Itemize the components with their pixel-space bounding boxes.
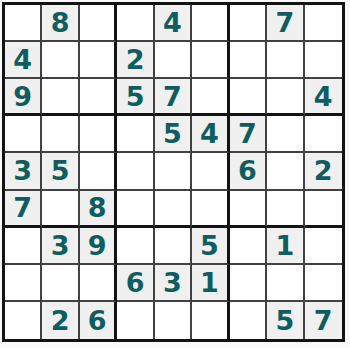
cell-r7c4[interactable] [117,228,154,265]
cell-r1c9[interactable] [305,5,342,42]
cell-r9c7[interactable] [230,302,267,339]
cell-r7c5[interactable] [155,228,192,265]
cell-r4c8[interactable] [267,116,304,153]
cell-r1c5[interactable]: 4 [155,5,192,42]
cell-r7c9[interactable] [305,228,342,265]
cell-r6c6[interactable] [192,191,229,228]
cell-r7c8[interactable]: 1 [267,228,304,265]
cell-r5c7[interactable]: 6 [230,153,267,190]
cell-r1c6[interactable] [192,5,229,42]
cell-r5c5[interactable] [155,153,192,190]
cell-r6c5[interactable] [155,191,192,228]
cell-r8c8[interactable] [267,265,304,302]
cell-r8c6[interactable]: 1 [192,265,229,302]
cell-r8c1[interactable] [5,265,42,302]
cell-r3c6[interactable] [192,79,229,116]
cell-r3c3[interactable] [80,79,117,116]
cell-r5c6[interactable] [192,153,229,190]
cell-r4c3[interactable] [80,116,117,153]
cell-r6c2[interactable] [42,191,79,228]
cell-r4c5[interactable]: 5 [155,116,192,153]
cell-r8c2[interactable] [42,265,79,302]
cell-r1c4[interactable] [117,5,154,42]
cell-r9c3[interactable]: 6 [80,302,117,339]
cell-r2c4[interactable]: 2 [117,42,154,79]
cell-r3c4[interactable]: 5 [117,79,154,116]
cell-r2c3[interactable] [80,42,117,79]
cell-r6c3[interactable]: 8 [80,191,117,228]
cell-r6c1[interactable]: 7 [5,191,42,228]
cell-r2c1[interactable]: 4 [5,42,42,79]
cell-r3c8[interactable] [267,79,304,116]
cell-r5c3[interactable] [80,153,117,190]
cell-r2c5[interactable] [155,42,192,79]
cell-r9c2[interactable]: 2 [42,302,79,339]
cell-r7c1[interactable] [5,228,42,265]
cell-r9c8[interactable]: 5 [267,302,304,339]
cell-r2c8[interactable] [267,42,304,79]
cell-r5c4[interactable] [117,153,154,190]
cell-r4c6[interactable]: 4 [192,116,229,153]
cell-r2c2[interactable] [42,42,79,79]
cell-r7c7[interactable] [230,228,267,265]
cell-r9c9[interactable]: 7 [305,302,342,339]
cell-r7c6[interactable]: 5 [192,228,229,265]
cell-r7c2[interactable]: 3 [42,228,79,265]
cell-r5c8[interactable] [267,153,304,190]
sudoku-board: 84742957454735627839516312657 [2,2,345,342]
cell-r9c5[interactable] [155,302,192,339]
cell-r5c2[interactable]: 5 [42,153,79,190]
cell-r9c4[interactable] [117,302,154,339]
cell-r4c2[interactable] [42,116,79,153]
cell-r4c9[interactable] [305,116,342,153]
cell-r8c3[interactable] [80,265,117,302]
cell-r1c8[interactable]: 7 [267,5,304,42]
cell-r2c9[interactable] [305,42,342,79]
cell-r5c9[interactable]: 2 [305,153,342,190]
cell-r1c2[interactable]: 8 [42,5,79,42]
cell-r4c1[interactable] [5,116,42,153]
cell-r1c1[interactable] [5,5,42,42]
cell-r1c3[interactable] [80,5,117,42]
cell-r8c4[interactable]: 6 [117,265,154,302]
cell-r8c7[interactable] [230,265,267,302]
cell-r5c1[interactable]: 3 [5,153,42,190]
cell-r6c8[interactable] [267,191,304,228]
cell-r6c7[interactable] [230,191,267,228]
cell-r8c9[interactable] [305,265,342,302]
cell-r3c1[interactable]: 9 [5,79,42,116]
cell-r3c9[interactable]: 4 [305,79,342,116]
cell-r7c3[interactable]: 9 [80,228,117,265]
cell-r6c4[interactable] [117,191,154,228]
cell-r6c9[interactable] [305,191,342,228]
cell-r8c5[interactable]: 3 [155,265,192,302]
cell-r3c2[interactable] [42,79,79,116]
cell-r9c6[interactable] [192,302,229,339]
cell-r4c4[interactable] [117,116,154,153]
cell-r4c7[interactable]: 7 [230,116,267,153]
cell-r9c1[interactable] [5,302,42,339]
cell-r1c7[interactable] [230,5,267,42]
cell-r3c7[interactable] [230,79,267,116]
cell-r3c5[interactable]: 7 [155,79,192,116]
cell-r2c7[interactable] [230,42,267,79]
cell-r2c6[interactable] [192,42,229,79]
